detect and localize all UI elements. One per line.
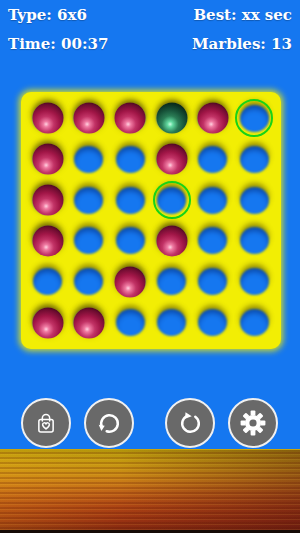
cell-r1c5[interactable]	[192, 98, 233, 139]
red-marble[interactable]	[156, 144, 187, 175]
restart-button[interactable]	[165, 398, 215, 448]
red-marble[interactable]	[156, 225, 187, 256]
hole	[33, 268, 62, 295]
cell-r3c3[interactable]	[110, 180, 151, 221]
hole	[74, 146, 103, 173]
cell-r1c6[interactable]	[234, 98, 275, 139]
valid-move-ring	[235, 99, 273, 137]
hole	[157, 268, 186, 295]
restart-arrow-icon	[177, 410, 204, 437]
cell-r4c4[interactable]	[151, 220, 192, 261]
red-marble[interactable]	[73, 103, 104, 134]
cell-r6c4[interactable]	[151, 302, 192, 343]
red-marble[interactable]	[32, 144, 63, 175]
cell-r3c2[interactable]	[68, 180, 109, 221]
hole	[116, 187, 145, 214]
red-marble[interactable]	[32, 185, 63, 216]
cell-r1c2[interactable]	[68, 98, 109, 139]
hole	[116, 146, 145, 173]
undo-button[interactable]	[84, 398, 134, 448]
cell-r4c1[interactable]	[27, 220, 68, 261]
cell-r5c4[interactable]	[151, 261, 192, 302]
best-label: Best: xx sec	[193, 7, 292, 23]
hole	[198, 146, 227, 173]
wood-table-footer	[0, 449, 300, 533]
shop-button[interactable]	[21, 398, 71, 448]
hole	[74, 268, 103, 295]
shopping-bag-heart-icon	[33, 410, 59, 436]
cell-r5c6[interactable]	[234, 261, 275, 302]
red-marble[interactable]	[32, 225, 63, 256]
hole	[74, 187, 103, 214]
hole	[157, 309, 186, 336]
red-marble[interactable]	[32, 307, 63, 338]
hole	[240, 309, 269, 336]
red-marble[interactable]	[197, 103, 228, 134]
cell-r3c1[interactable]	[27, 180, 68, 221]
cell-r6c5[interactable]	[192, 302, 233, 343]
cell-r5c3[interactable]	[110, 261, 151, 302]
type-label: Type: 6x6	[8, 7, 87, 23]
cell-r4c5[interactable]	[192, 220, 233, 261]
hole	[198, 187, 227, 214]
valid-move-ring	[153, 181, 191, 219]
marbles-label: Marbles: 13	[192, 36, 292, 52]
hole	[116, 227, 145, 254]
red-marble[interactable]	[115, 266, 146, 297]
settings-button[interactable]	[228, 398, 278, 448]
cell-r2c6[interactable]	[234, 139, 275, 180]
time-label: Time: 00:37	[8, 36, 108, 52]
cell-r1c3[interactable]	[110, 98, 151, 139]
hole	[240, 146, 269, 173]
cell-r4c6[interactable]	[234, 220, 275, 261]
cell-r1c1[interactable]	[27, 98, 68, 139]
hole	[198, 309, 227, 336]
cell-r2c3[interactable]	[110, 139, 151, 180]
hole	[116, 309, 145, 336]
cell-r5c2[interactable]	[68, 261, 109, 302]
hole	[198, 227, 227, 254]
cell-r3c5[interactable]	[192, 180, 233, 221]
cell-r2c1[interactable]	[27, 139, 68, 180]
undo-arrow-icon	[96, 410, 123, 437]
cell-r6c2[interactable]	[68, 302, 109, 343]
header-stats: Type: 6x6 Best: xx sec Time: 00:37 Marbl…	[0, 0, 300, 60]
selected-marble[interactable]	[156, 103, 187, 134]
cell-r6c6[interactable]	[234, 302, 275, 343]
cell-r5c5[interactable]	[192, 261, 233, 302]
red-marble[interactable]	[73, 307, 104, 338]
cell-r2c5[interactable]	[192, 139, 233, 180]
red-marble[interactable]	[32, 103, 63, 134]
hole	[240, 227, 269, 254]
cell-r5c1[interactable]	[27, 261, 68, 302]
hole	[240, 187, 269, 214]
gear-icon	[239, 409, 267, 437]
cell-r2c4[interactable]	[151, 139, 192, 180]
cell-r4c3[interactable]	[110, 220, 151, 261]
hole	[240, 268, 269, 295]
cell-r6c1[interactable]	[27, 302, 68, 343]
cell-r1c4[interactable]	[151, 98, 192, 139]
cell-r3c6[interactable]	[234, 180, 275, 221]
cell-r4c2[interactable]	[68, 220, 109, 261]
cell-r3c4[interactable]	[151, 180, 192, 221]
cell-r2c2[interactable]	[68, 139, 109, 180]
board-grid	[21, 92, 281, 349]
hole	[198, 268, 227, 295]
cell-r6c3[interactable]	[110, 302, 151, 343]
hole	[74, 227, 103, 254]
red-marble[interactable]	[115, 103, 146, 134]
